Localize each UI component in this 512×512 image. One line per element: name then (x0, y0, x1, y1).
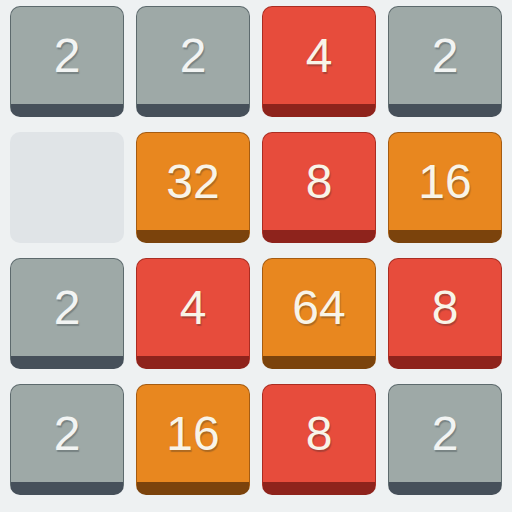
tile-value: 4 (306, 32, 333, 80)
tile-value: 2 (54, 410, 81, 458)
empty-cell-r1c0 (10, 132, 124, 243)
tile-r3c3: 2 (388, 384, 502, 495)
tile-value: 2 (54, 284, 81, 332)
tile-value: 64 (292, 284, 345, 332)
tile-value: 2 (180, 32, 207, 80)
tile-r1c3: 16 (388, 132, 502, 243)
board-2048[interactable]: 2 2 4 2 32 8 16 2 4 64 8 2 16 8 2 (0, 0, 512, 512)
tile-value: 2 (54, 32, 81, 80)
tile-value: 16 (166, 410, 219, 458)
tile-value: 8 (306, 410, 333, 458)
tile-value: 8 (432, 284, 459, 332)
tile-r1c2: 8 (262, 132, 376, 243)
tile-value: 2 (432, 410, 459, 458)
tile-r2c0: 2 (10, 258, 124, 369)
tile-value: 16 (418, 158, 471, 206)
tile-r0c0: 2 (10, 6, 124, 117)
tile-r2c1: 4 (136, 258, 250, 369)
tile-value: 8 (306, 158, 333, 206)
tile-r3c1: 16 (136, 384, 250, 495)
tile-r3c2: 8 (262, 384, 376, 495)
tile-value: 32 (166, 158, 219, 206)
tile-r1c1: 32 (136, 132, 250, 243)
tile-r3c0: 2 (10, 384, 124, 495)
tile-r0c1: 2 (136, 6, 250, 117)
tile-value: 2 (432, 32, 459, 80)
tile-r2c3: 8 (388, 258, 502, 369)
tile-r0c3: 2 (388, 6, 502, 117)
tile-r0c2: 4 (262, 6, 376, 117)
tile-value: 4 (180, 284, 207, 332)
tile-r2c2: 64 (262, 258, 376, 369)
